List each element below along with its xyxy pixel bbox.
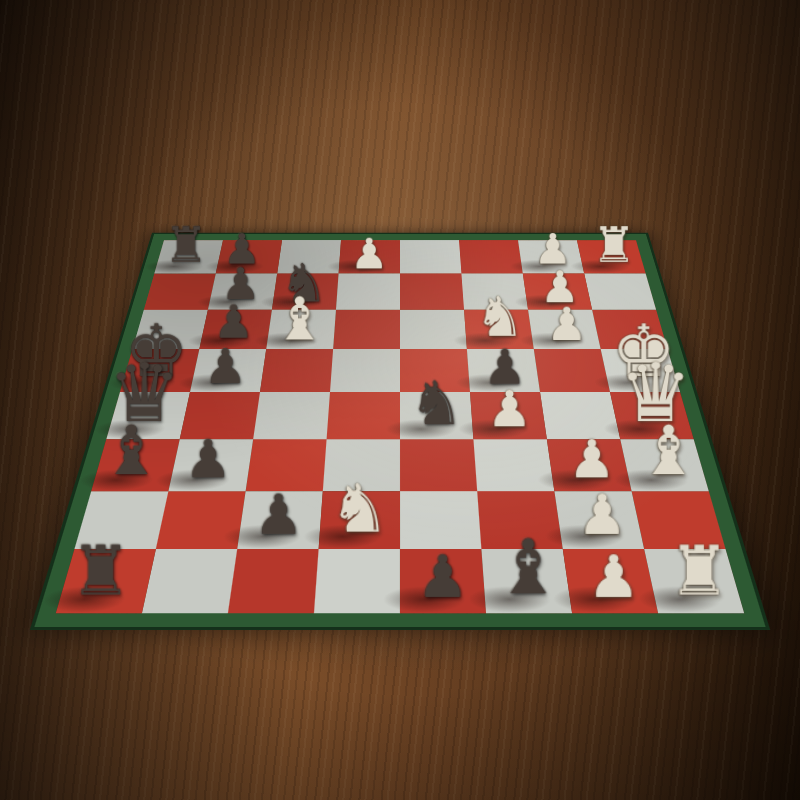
- square-h3[interactable]: ♝: [481, 549, 572, 613]
- square-f7[interactable]: ♟: [168, 439, 253, 491]
- tabletop-scene: ♜♟♟♟♜♟♞♟♟♝♞♟♚♟♟♚♛♞♟♛♝♟♟♝♟♞♟♜♟♝♟♜: [0, 0, 800, 800]
- square-e6[interactable]: [253, 392, 330, 439]
- square-e5[interactable]: [327, 392, 400, 439]
- square-c6[interactable]: ♝: [266, 310, 336, 349]
- black-pawn-d7[interactable]: ♟: [204, 342, 247, 390]
- white-pawn-c2[interactable]: ♟: [546, 301, 587, 347]
- square-h6[interactable]: [228, 549, 319, 613]
- square-b8[interactable]: [144, 274, 216, 310]
- square-f8[interactable]: ♝: [91, 439, 180, 491]
- square-c5[interactable]: [333, 310, 400, 349]
- white-bishop-c6[interactable]: ♝: [273, 290, 326, 349]
- white-pawn-e3[interactable]: ♟: [487, 384, 532, 434]
- square-g7[interactable]: [156, 491, 246, 549]
- square-b1[interactable]: [584, 274, 656, 310]
- black-bishop-h3[interactable]: ♝: [494, 530, 562, 606]
- square-a8[interactable]: ♜: [154, 240, 223, 273]
- square-e4[interactable]: ♞: [400, 392, 473, 439]
- square-h5[interactable]: [314, 549, 400, 613]
- square-h2[interactable]: ♟: [563, 549, 658, 613]
- square-e3[interactable]: ♟: [470, 392, 547, 439]
- black-rook-h8[interactable]: ♜: [70, 537, 131, 605]
- black-bishop-f8[interactable]: ♝: [101, 417, 162, 485]
- square-h7[interactable]: [142, 549, 237, 613]
- square-a3[interactable]: [459, 240, 523, 273]
- white-rook-h1[interactable]: ♜: [669, 537, 730, 605]
- black-rook-a8[interactable]: ♜: [164, 221, 208, 270]
- square-c2[interactable]: ♟: [528, 310, 601, 349]
- white-rook-a1[interactable]: ♜: [592, 221, 636, 270]
- square-a4[interactable]: [400, 240, 461, 273]
- square-d6[interactable]: [260, 349, 333, 392]
- square-b5[interactable]: [336, 274, 400, 310]
- square-g6[interactable]: ♟: [237, 491, 323, 549]
- black-pawn-h4[interactable]: ♟: [416, 547, 469, 606]
- white-pawn-a5[interactable]: ♟: [350, 232, 388, 274]
- square-b4[interactable]: [400, 274, 464, 310]
- white-bishop-f1[interactable]: ♝: [638, 417, 699, 485]
- white-pawn-g2[interactable]: ♟: [577, 487, 627, 542]
- square-g4[interactable]: [400, 491, 481, 549]
- square-a1[interactable]: ♜: [577, 240, 646, 273]
- white-pawn-f2[interactable]: ♟: [568, 432, 615, 485]
- white-knight-c3[interactable]: ♞: [475, 289, 524, 344]
- white-knight-g5[interactable]: ♞: [330, 475, 390, 542]
- square-g5[interactable]: ♞: [319, 491, 400, 549]
- square-h4[interactable]: ♟: [400, 549, 486, 613]
- square-f1[interactable]: ♝: [620, 439, 709, 491]
- chess-board: ♜♟♟♟♜♟♞♟♟♝♞♟♚♟♟♚♛♞♟♛♝♟♟♝♟♞♟♜♟♝♟♜: [34, 234, 765, 627]
- black-pawn-g6[interactable]: ♟: [254, 487, 304, 542]
- square-g2[interactable]: ♟: [554, 491, 644, 549]
- square-c4[interactable]: [400, 310, 467, 349]
- square-d5[interactable]: [330, 349, 400, 392]
- square-d7[interactable]: ♟: [190, 349, 266, 392]
- square-f3[interactable]: [473, 439, 554, 491]
- square-f4[interactable]: [400, 439, 477, 491]
- square-a5[interactable]: ♟: [339, 240, 400, 273]
- black-knight-e4[interactable]: ♞: [409, 373, 463, 433]
- white-pawn-h2[interactable]: ♟: [587, 547, 640, 606]
- square-d2[interactable]: [534, 349, 610, 392]
- square-h1[interactable]: ♜: [644, 549, 744, 613]
- black-pawn-f7[interactable]: ♟: [185, 432, 232, 485]
- square-h8[interactable]: ♜: [56, 549, 156, 613]
